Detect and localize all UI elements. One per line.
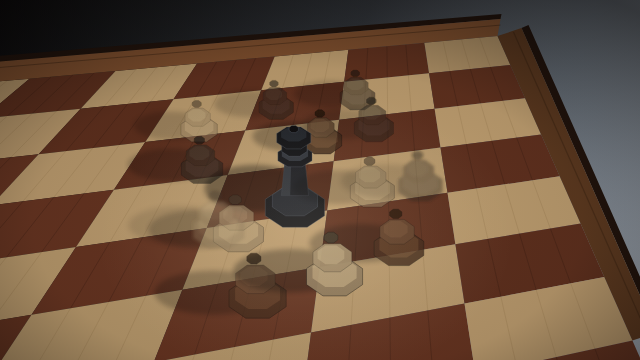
chessboard-scene xyxy=(0,0,640,360)
vignette xyxy=(0,0,640,360)
chessboard-3d-render xyxy=(0,0,640,360)
